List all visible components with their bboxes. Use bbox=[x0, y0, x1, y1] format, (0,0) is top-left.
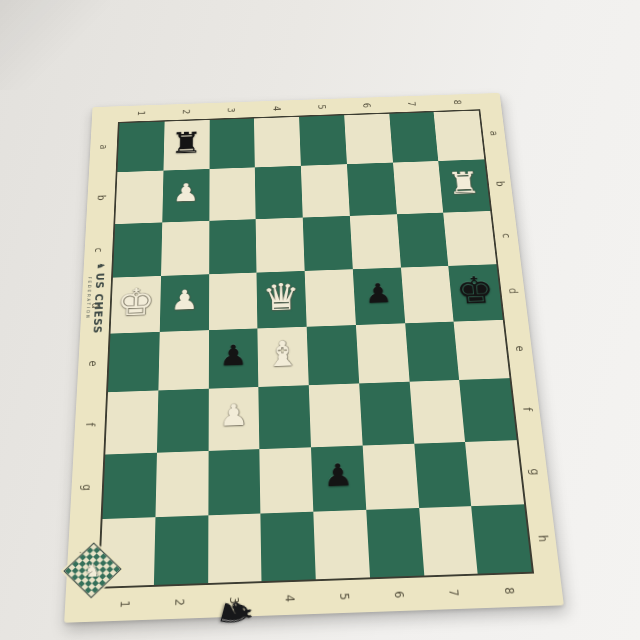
square-g2[interactable] bbox=[155, 450, 208, 516]
square-c2[interactable] bbox=[161, 220, 209, 275]
square-h4[interactable] bbox=[261, 511, 316, 581]
board-grid: ♜♟♜♚♟♛♟♚♟♝♟♟ bbox=[98, 109, 535, 589]
chess-board: 12345678 12345678 abcdefgh abcdefgh ♜♟♜♚… bbox=[64, 93, 564, 623]
square-f5[interactable] bbox=[309, 384, 363, 447]
rank-label-4: 4 bbox=[254, 100, 300, 117]
square-g8[interactable] bbox=[465, 440, 524, 506]
square-b1[interactable] bbox=[115, 171, 163, 224]
rank-label-5: 5 bbox=[298, 98, 344, 115]
rank-label-6: 6 bbox=[370, 577, 427, 612]
square-c7[interactable] bbox=[396, 212, 448, 267]
piece-white-queen-d4[interactable]: ♛ bbox=[262, 278, 301, 316]
piece-white-pawn-d2[interactable]: ♟ bbox=[170, 287, 198, 315]
square-e6[interactable] bbox=[356, 323, 409, 383]
square-h3[interactable] bbox=[208, 513, 262, 583]
uschess-logo-block: ♞ US CHESS FEDERATION bbox=[85, 262, 108, 334]
square-b4[interactable] bbox=[255, 166, 303, 219]
square-h5[interactable] bbox=[313, 510, 369, 580]
uschess-federation-logo: ♞ US CHESS FEDERATION bbox=[79, 248, 112, 350]
square-d8[interactable]: ♚ bbox=[448, 264, 502, 322]
square-a4[interactable] bbox=[254, 117, 301, 168]
square-e3[interactable]: ♟ bbox=[208, 328, 258, 388]
rank-label-6: 6 bbox=[343, 97, 389, 114]
square-d7[interactable] bbox=[401, 266, 454, 324]
file-label-f: f bbox=[73, 393, 106, 456]
rank-label-1: 1 bbox=[118, 105, 164, 122]
square-g5[interactable]: ♟ bbox=[311, 445, 366, 511]
file-label-g: g bbox=[70, 455, 104, 521]
piece-black-pawn-g5[interactable]: ♟ bbox=[323, 459, 354, 491]
rank-label-8: 8 bbox=[433, 94, 480, 111]
rank-label-2: 2 bbox=[151, 585, 206, 620]
rank-label-5: 5 bbox=[316, 579, 372, 614]
square-c3[interactable] bbox=[209, 219, 257, 274]
rank-label-3: 3 bbox=[208, 102, 253, 119]
square-a5[interactable] bbox=[299, 115, 347, 166]
file-label-b: b bbox=[86, 171, 116, 224]
square-h8[interactable] bbox=[471, 504, 531, 574]
square-d2[interactable]: ♟ bbox=[160, 274, 209, 332]
square-e4[interactable]: ♝ bbox=[258, 327, 309, 387]
square-b5[interactable] bbox=[301, 164, 350, 217]
square-a2[interactable]: ♜ bbox=[163, 120, 209, 171]
square-b8[interactable]: ♜ bbox=[438, 160, 490, 213]
square-h6[interactable] bbox=[366, 508, 424, 578]
square-e1[interactable] bbox=[108, 332, 160, 393]
square-c5[interactable] bbox=[303, 216, 353, 271]
square-d1[interactable]: ♚ bbox=[110, 276, 160, 334]
square-c4[interactable] bbox=[256, 217, 305, 272]
square-e8[interactable] bbox=[454, 320, 510, 380]
square-b2[interactable]: ♟ bbox=[162, 169, 209, 222]
square-h2[interactable] bbox=[154, 515, 208, 585]
piece-white-king-d1[interactable]: ♚ bbox=[116, 283, 155, 321]
square-g3[interactable] bbox=[208, 449, 261, 515]
rank-label-4: 4 bbox=[261, 581, 317, 616]
piece-white-pawn-f3[interactable]: ♟ bbox=[219, 401, 248, 431]
square-d5[interactable] bbox=[305, 269, 356, 327]
square-f3[interactable]: ♟ bbox=[208, 387, 259, 450]
rank-label-8: 8 bbox=[480, 574, 538, 609]
square-f8[interactable] bbox=[459, 378, 516, 441]
square-f6[interactable] bbox=[359, 382, 414, 445]
square-c1[interactable] bbox=[113, 222, 162, 277]
square-g7[interactable] bbox=[414, 442, 472, 508]
square-d4[interactable]: ♛ bbox=[257, 271, 307, 329]
piece-white-bishop-e4[interactable]: ♝ bbox=[265, 337, 301, 373]
file-label-a: a bbox=[89, 122, 118, 172]
square-e2[interactable] bbox=[158, 330, 208, 390]
square-a1[interactable] bbox=[117, 122, 164, 173]
square-e7[interactable] bbox=[405, 322, 460, 382]
piece-white-rook-b8[interactable]: ♜ bbox=[446, 168, 482, 199]
checkered-diamond: ♞ bbox=[63, 542, 121, 598]
square-b3[interactable] bbox=[209, 168, 256, 221]
square-f1[interactable] bbox=[105, 391, 158, 454]
uschess-title: US CHESS bbox=[91, 273, 107, 335]
square-a6[interactable] bbox=[344, 114, 393, 165]
rank-label-7: 7 bbox=[388, 95, 434, 112]
rank-label-2: 2 bbox=[163, 103, 208, 120]
piece-black-pawn-d6[interactable]: ♟ bbox=[364, 280, 394, 308]
piece-black-king-d8[interactable]: ♚ bbox=[454, 271, 496, 309]
square-a3[interactable] bbox=[209, 118, 255, 169]
square-g1[interactable] bbox=[103, 452, 157, 519]
square-d6[interactable]: ♟ bbox=[353, 267, 405, 325]
piece-black-pawn-e3[interactable]: ♟ bbox=[219, 342, 248, 371]
knight-icon: ♞ bbox=[83, 559, 102, 582]
square-f7[interactable] bbox=[409, 380, 465, 443]
uschess-mini-knight-icon: ♞ bbox=[95, 262, 107, 270]
square-c6[interactable] bbox=[350, 214, 401, 269]
square-a8[interactable] bbox=[434, 111, 485, 162]
square-f2[interactable] bbox=[157, 389, 209, 452]
table-surface: 12345678 12345678 abcdefgh abcdefgh ♜♟♜♚… bbox=[0, 0, 640, 640]
square-b6[interactable] bbox=[347, 163, 397, 216]
square-f4[interactable] bbox=[259, 385, 311, 448]
square-a7[interactable] bbox=[389, 112, 439, 163]
square-b7[interactable] bbox=[393, 161, 444, 214]
square-h7[interactable] bbox=[419, 506, 478, 576]
piece-white-pawn-b2[interactable]: ♟ bbox=[172, 181, 199, 206]
square-e5[interactable] bbox=[307, 325, 359, 385]
square-d3[interactable] bbox=[209, 272, 258, 330]
piece-black-rook-a2[interactable]: ♜ bbox=[170, 128, 202, 158]
corner-knight-diamond-logo: ♞ bbox=[59, 539, 125, 601]
square-g4[interactable] bbox=[260, 447, 314, 513]
rank-label-7: 7 bbox=[425, 575, 483, 610]
square-g6[interactable] bbox=[362, 443, 418, 509]
square-c8[interactable] bbox=[443, 211, 496, 266]
